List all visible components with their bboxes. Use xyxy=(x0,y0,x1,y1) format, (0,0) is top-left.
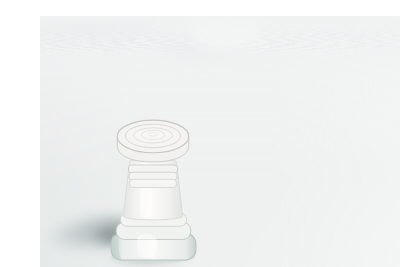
chess-photo: ♖ xyxy=(40,16,400,267)
rook-crown xyxy=(117,120,189,162)
rook-illustration xyxy=(106,115,200,264)
white-rook-piece: ♖ xyxy=(106,115,200,264)
rook-neck-rings xyxy=(128,165,177,187)
rook-base xyxy=(111,213,196,263)
